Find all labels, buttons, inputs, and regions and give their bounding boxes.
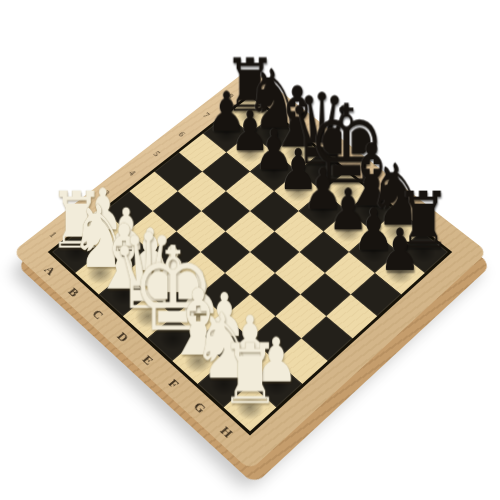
board-grid: ♜♞♝♛♚♝♞♜♟♟♟♟♟♟♟♟♟♟♟♟♟♟♟♟♜♞♝♛♚♝♞♜ (48, 93, 452, 435)
chess-board: ♜♞♝♛♚♝♞♜♟♟♟♟♟♟♟♟♟♟♟♟♟♟♟♟♜♞♝♛♚♝♞♜ ABCDEFG… (12, 68, 487, 471)
square-c6[interactable] (226, 172, 274, 212)
board-scene: ♜♞♝♛♚♝♞♜♟♟♟♟♟♟♟♟♟♟♟♟♟♟♟♟♜♞♝♛♚♝♞♜ ABCDEFG… (0, 0, 500, 500)
white-rook-h1[interactable]: ♜ (220, 334, 280, 413)
product-photo-stage: ♜♞♝♛♚♝♞♜♟♟♟♟♟♟♟♟♟♟♟♟♟♟♟♟♜♞♝♛♚♝♞♜ ABCDEFG… (0, 0, 500, 500)
black-pawn-h7[interactable]: ♟ (379, 222, 421, 278)
square-h5[interactable] (326, 294, 377, 338)
